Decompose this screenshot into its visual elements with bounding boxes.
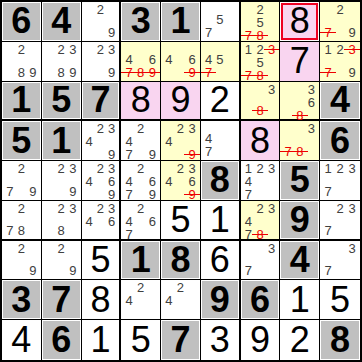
solved-digit: 5 <box>161 201 200 239</box>
cell-r7c2[interactable]: 29 <box>42 241 82 281</box>
candidate: 7 <box>243 264 255 277</box>
cell-r1c6[interactable]: 57 <box>201 2 241 42</box>
candidate: 5 <box>214 53 225 66</box>
given-digit: 4 <box>320 82 360 120</box>
candidate: 4 <box>163 135 175 148</box>
cell-r4c4[interactable]: 2479 <box>121 121 161 161</box>
candidate: 7 <box>322 224 334 237</box>
candidate: 1 <box>322 162 334 175</box>
candidate: 6 <box>186 53 198 66</box>
given-digit: 1 <box>121 241 160 280</box>
cell-r6c5[interactable]: 5 <box>161 201 201 241</box>
eliminated-candidate: 8 <box>254 69 266 82</box>
cell-r2c2[interactable]: 2389 <box>42 42 82 82</box>
pencil-marks: 457 <box>203 43 237 79</box>
candidate: 1 <box>243 43 255 56</box>
candidate: 9 <box>106 188 117 201</box>
cell-r7c9[interactable]: 37 <box>320 241 360 281</box>
eliminated-candidate: 7 <box>203 66 214 79</box>
cell-r8c5[interactable]: 24 <box>161 280 201 320</box>
candidate: 9 <box>346 66 358 79</box>
cell-r8c8[interactable]: 1 <box>280 280 320 320</box>
solved-digit: 8 <box>121 82 160 120</box>
cell-r5c3[interactable]: 23469 <box>82 161 122 201</box>
pencil-marks: 238 <box>44 202 79 237</box>
solved-digit: 1 <box>201 201 239 239</box>
cell-r9c9[interactable]: 8 <box>320 320 360 360</box>
given-digit: 1 <box>42 121 81 160</box>
candidate: 2 <box>16 202 28 215</box>
cell-r6c8[interactable]: 9 <box>280 201 320 241</box>
pencil-marks: 24679 <box>123 162 158 198</box>
candidate: 2 <box>334 162 346 175</box>
candidate: 4 <box>123 215 135 228</box>
solved-digit: 8 <box>280 2 319 41</box>
solved-digit: 2 <box>201 82 239 120</box>
cell-r7c6[interactable]: 6 <box>201 241 241 281</box>
cell-r3c9[interactable]: 4 <box>320 82 360 122</box>
candidate: 9 <box>67 264 79 277</box>
cell-r9c4[interactable]: 5 <box>121 320 161 360</box>
solved-digit: 5 <box>82 241 120 280</box>
candidate: 5 <box>254 56 266 69</box>
candidate: 8 <box>55 66 67 79</box>
candidate: 3 <box>186 122 198 135</box>
cell-r1c7[interactable]: 2578 <box>241 2 281 42</box>
candidate: 4 <box>123 53 135 66</box>
pencil-marks: 239 <box>44 162 79 198</box>
cell-r7c8[interactable]: 4 <box>280 241 320 281</box>
candidate: 3 <box>106 122 117 135</box>
candidate: 3 <box>266 83 278 96</box>
candidate: 2 <box>135 122 147 135</box>
candidate: 3 <box>67 43 79 56</box>
cell-r1c2[interactable]: 4 <box>42 2 82 42</box>
given-digit: 9 <box>201 280 239 319</box>
cell-r9c6[interactable]: 3 <box>201 320 241 360</box>
pencil-marks: 2467 <box>123 202 158 237</box>
candidate: 3 <box>266 162 278 175</box>
pencil-marks: 239 <box>84 43 118 79</box>
pencil-marks: 123578 <box>243 43 278 79</box>
candidate: 9 <box>147 188 159 201</box>
pencil-marks: 368 <box>282 83 317 118</box>
cell-r8c7[interactable]: 6 <box>241 280 281 320</box>
candidate: 8 <box>16 224 28 237</box>
candidate: 9 <box>106 148 117 161</box>
candidate: 2 <box>55 162 67 175</box>
cell-r1c8[interactable]: 8 <box>280 2 320 42</box>
candidate: 2 <box>55 242 67 255</box>
cell-r3c5[interactable]: 9 <box>161 82 201 122</box>
candidate: 3 <box>266 242 278 255</box>
candidate: 2 <box>135 202 147 215</box>
candidate: 2 <box>95 202 106 215</box>
cell-r8c2[interactable]: 7 <box>42 280 82 320</box>
pencil-marks: 279 <box>4 162 39 198</box>
candidate: 3 <box>266 202 278 215</box>
solved-digit: 8 <box>241 121 280 160</box>
cell-r1c4[interactable]: 3 <box>121 2 161 42</box>
pencil-marks: 23469 <box>163 162 198 198</box>
pencil-marks: 2389 <box>44 43 79 79</box>
solved-digit: 8 <box>82 280 120 319</box>
cell-r8c1[interactable]: 3 <box>2 280 42 320</box>
cell-r6c9[interactable]: 237 <box>320 201 360 241</box>
pencil-marks: 24 <box>163 281 198 317</box>
candidate: 2 <box>95 122 106 135</box>
candidate: 3 <box>346 202 358 215</box>
cell-r1c5[interactable]: 1 <box>161 2 201 42</box>
candidate: 4 <box>203 53 214 66</box>
eliminated-candidate: 8 <box>294 145 306 158</box>
solved-digit: 1 <box>82 320 120 360</box>
candidate: 4 <box>163 53 175 66</box>
candidate: 4 <box>163 294 175 307</box>
candidate: 7 <box>322 264 334 277</box>
eliminated-candidate: 3 <box>346 43 358 56</box>
cell-r6c3[interactable]: 2346 <box>82 201 122 241</box>
cell-r5c6[interactable]: 8 <box>201 161 241 201</box>
given-digit: 7 <box>161 320 200 360</box>
cell-r7c7[interactable]: 37 <box>241 241 281 281</box>
candidate: 2 <box>55 43 67 56</box>
eliminated-candidate: 8 <box>254 29 266 42</box>
candidate: 7 <box>203 26 214 39</box>
cell-r8c4[interactable]: 24 <box>121 280 161 320</box>
candidate: 4 <box>84 215 95 228</box>
candidate: 4 <box>84 175 95 188</box>
cell-r6c1[interactable]: 278 <box>2 201 42 241</box>
solved-digit: 4 <box>2 320 41 360</box>
given-digit: 5 <box>280 161 319 200</box>
solved-digit: 9 <box>161 82 200 120</box>
candidate: 6 <box>147 53 159 66</box>
given-digit: 9 <box>280 201 319 239</box>
given-digit: 1 <box>161 2 200 41</box>
cell-r1c9[interactable]: 279 <box>320 2 360 42</box>
cell-r7c3[interactable]: 5 <box>82 241 122 281</box>
pencil-marks: 37 <box>243 242 278 278</box>
candidate: 2 <box>135 281 147 294</box>
cell-r2c6[interactable]: 457 <box>201 42 241 82</box>
eliminated-candidate: 9 <box>186 148 198 161</box>
candidate: 2 <box>254 162 266 175</box>
pencil-marks: 29 <box>4 242 39 278</box>
candidate: 2 <box>175 122 187 135</box>
candidate: 2 <box>175 162 187 175</box>
candidate: 1 <box>322 43 334 56</box>
cell-r7c4[interactable]: 1 <box>121 241 161 281</box>
given-digit: 5 <box>2 121 41 160</box>
cell-r4c9[interactable]: 6 <box>320 121 360 161</box>
candidate: 2 <box>55 202 67 215</box>
solved-digit: 7 <box>280 42 319 81</box>
cell-r2c4[interactable]: 46789 <box>121 42 161 82</box>
candidate: 3 <box>306 122 318 135</box>
given-digit: 7 <box>42 280 81 319</box>
given-digit: 8 <box>161 241 200 280</box>
candidate: 9 <box>27 66 39 79</box>
cell-r3c4[interactable]: 8 <box>121 82 161 122</box>
candidate: 8 <box>55 224 67 237</box>
pencil-marks: 57 <box>203 3 237 39</box>
pencil-marks: 46789 <box>123 43 158 79</box>
candidate: 6 <box>106 215 117 228</box>
cell-r5c1[interactable]: 279 <box>2 161 42 201</box>
cell-r1c1[interactable]: 6 <box>2 2 42 42</box>
candidate: 9 <box>67 66 79 79</box>
candidate: 8 <box>16 66 28 79</box>
candidate: 7 <box>4 185 16 198</box>
candidate: 9 <box>106 26 117 39</box>
eliminated-candidate: 9 <box>186 66 198 79</box>
cell-r8c9[interactable]: 5 <box>320 280 360 320</box>
cell-r4c1[interactable]: 5 <box>2 121 42 161</box>
cell-r3c2[interactable]: 5 <box>42 82 82 122</box>
cell-r2c3[interactable]: 239 <box>82 42 122 82</box>
candidate: 7 <box>203 145 214 158</box>
eliminated-candidate: 8 <box>294 109 306 122</box>
eliminated-candidate: 7 <box>322 26 334 39</box>
eliminated-candidate: 8 <box>254 104 266 117</box>
eliminated-candidate: 7 <box>322 66 334 79</box>
candidate: 9 <box>67 185 79 198</box>
given-digit: 5 <box>42 82 81 120</box>
cell-r3c3[interactable]: 7 <box>82 82 122 122</box>
candidate: 7 <box>243 188 255 201</box>
pencil-marks: 47 <box>203 122 237 158</box>
given-digit: 4 <box>280 241 319 280</box>
cell-r7c5[interactable]: 8 <box>161 241 201 281</box>
candidate: 6 <box>306 96 318 109</box>
candidate: 5 <box>214 13 225 26</box>
cell-r6c7[interactable]: 23478 <box>241 201 281 241</box>
pencil-marks: 12347 <box>243 162 278 198</box>
pencil-marks: 29 <box>44 242 79 278</box>
pencil-marks: 23469 <box>84 162 118 198</box>
pencil-marks: 38 <box>243 83 278 118</box>
candidate: 9 <box>27 264 39 277</box>
given-digit: 8 <box>201 161 239 200</box>
cell-r5c7[interactable]: 12347 <box>241 161 281 201</box>
cell-r2c5[interactable]: 469 <box>161 42 201 82</box>
candidate: 3 <box>67 162 79 175</box>
cell-r9c3[interactable]: 1 <box>82 320 122 360</box>
pencil-marks: 237 <box>322 202 358 237</box>
candidate: 3 <box>67 202 79 215</box>
pencil-marks: 2346 <box>84 202 118 237</box>
given-digit: 6 <box>241 280 280 319</box>
cell-r9c8[interactable]: 2 <box>280 320 320 360</box>
pencil-marks: 278 <box>4 202 39 237</box>
eliminated-candidate: 8 <box>254 228 266 241</box>
pencil-marks: 1237 <box>322 162 358 198</box>
cell-r9c1[interactable]: 4 <box>2 320 42 360</box>
candidate: 2 <box>95 3 106 16</box>
candidate: 9 <box>106 66 117 79</box>
pencil-marks: 2349 <box>84 122 118 158</box>
cell-r4c3[interactable]: 2349 <box>82 121 122 161</box>
candidate: 4 <box>243 215 255 228</box>
cell-r6c2[interactable]: 238 <box>42 201 82 241</box>
pencil-marks: 469 <box>163 43 198 79</box>
cell-r2c1[interactable]: 289 <box>2 42 42 82</box>
cell-r9c5[interactable]: 7 <box>161 320 201 360</box>
cell-r2c8[interactable]: 7 <box>280 42 320 82</box>
given-digit: 6 <box>2 2 41 41</box>
candidate: 4 <box>84 135 95 148</box>
cell-r2c7[interactable]: 123578 <box>241 42 281 82</box>
pencil-marks: 24 <box>123 281 158 317</box>
candidate: 6 <box>147 215 159 228</box>
pencil-marks: 2479 <box>123 122 158 158</box>
candidate: 2 <box>16 43 28 56</box>
cell-r6c6[interactable]: 1 <box>201 201 241 241</box>
candidate: 2 <box>135 162 147 175</box>
cell-r4c5[interactable]: 2349 <box>161 121 201 161</box>
pencil-marks: 2349 <box>163 122 198 158</box>
candidate: 2 <box>16 242 28 255</box>
solved-digit: 5 <box>121 320 160 360</box>
cell-r3c6[interactable]: 2 <box>201 82 241 122</box>
given-digit: 6 <box>320 121 360 160</box>
cell-r3c8[interactable]: 368 <box>280 82 320 122</box>
candidate: 2 <box>254 202 266 215</box>
pencil-marks: 2578 <box>243 3 278 39</box>
cell-r7c1[interactable]: 29 <box>2 241 42 281</box>
cell-r3c1[interactable]: 1 <box>2 82 42 122</box>
given-digit: 8 <box>320 320 360 360</box>
given-digit: 3 <box>2 280 41 319</box>
candidate: 2 <box>95 162 106 175</box>
cell-r6c4[interactable]: 2467 <box>121 201 161 241</box>
candidate: 3 <box>106 43 117 56</box>
candidate: 4 <box>123 294 135 307</box>
candidate: 7 <box>123 188 135 201</box>
solved-digit: 3 <box>201 320 239 360</box>
candidate: 9 <box>147 148 159 161</box>
cell-r5c5[interactable]: 23469 <box>161 161 201 201</box>
candidate: 9 <box>27 185 39 198</box>
candidate: 7 <box>123 148 135 161</box>
sudoku-board: 6429315725788279289238923946789469457123… <box>0 0 362 362</box>
solved-digit: 2 <box>280 320 319 360</box>
given-digit: 3 <box>121 2 160 41</box>
given-digit: 1 <box>2 82 41 120</box>
given-digit: 6 <box>42 320 81 360</box>
cell-r4c7[interactable]: 8 <box>241 121 281 161</box>
cell-r8c6[interactable]: 9 <box>201 280 241 320</box>
cell-r4c8[interactable]: 378 <box>280 121 320 161</box>
cell-r1c3[interactable]: 29 <box>82 2 122 42</box>
candidate: 3 <box>306 83 318 96</box>
pencil-marks: 37 <box>322 242 358 278</box>
candidate: 2 <box>334 3 346 16</box>
pencil-marks: 289 <box>4 43 39 79</box>
candidate: 7 <box>4 224 16 237</box>
candidate: 2 <box>334 202 346 215</box>
eliminated-candidate: 3 <box>266 43 278 56</box>
pencil-marks: 29 <box>84 3 118 39</box>
candidate: 4 <box>163 175 175 188</box>
solved-digit: 1 <box>280 280 319 319</box>
cell-r5c8[interactable]: 5 <box>280 161 320 201</box>
cell-r3c7[interactable]: 38 <box>241 82 281 122</box>
candidate: 3 <box>346 242 358 255</box>
candidate: 3 <box>346 162 358 175</box>
pencil-marks: 378 <box>282 122 317 158</box>
pencil-marks: 279 <box>322 3 358 39</box>
candidate: 9 <box>346 26 358 39</box>
given-digit: 7 <box>82 82 120 120</box>
pencil-marks: 12379 <box>322 43 358 79</box>
pencil-marks: 23478 <box>243 202 278 237</box>
cell-r4c6[interactable]: 47 <box>201 121 241 161</box>
candidate: 2 <box>95 43 106 56</box>
solved-digit: 5 <box>320 280 360 319</box>
candidate: 2 <box>16 162 28 175</box>
cell-r2c9[interactable]: 12379 <box>320 42 360 82</box>
cell-r4c2[interactable]: 1 <box>42 121 82 161</box>
cell-r5c2[interactable]: 239 <box>42 161 82 201</box>
cell-r9c2[interactable]: 6 <box>42 320 82 360</box>
cell-r9c7[interactable]: 9 <box>241 320 281 360</box>
solved-digit: 6 <box>201 241 239 280</box>
candidate: 3 <box>106 202 117 215</box>
solved-digit: 9 <box>241 320 280 360</box>
cell-r8c3[interactable]: 8 <box>82 280 122 320</box>
candidate: 7 <box>322 185 334 198</box>
given-digit: 4 <box>42 2 81 41</box>
cell-r5c9[interactable]: 1237 <box>320 161 360 201</box>
eliminated-candidate: 9 <box>147 66 159 79</box>
cell-r5c4[interactable]: 24679 <box>121 161 161 201</box>
candidate: 2 <box>175 281 187 294</box>
